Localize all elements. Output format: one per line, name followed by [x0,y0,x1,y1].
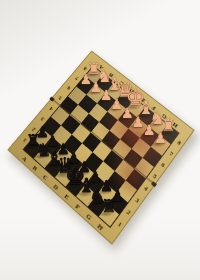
file-label-top-f: F [151,103,158,110]
rank-label-right-8: 8 [176,139,182,146]
file-label-top-h: H [172,120,180,128]
rank-label-right-5: 5 [152,173,158,180]
file-label-top-e: E [140,95,147,102]
rank-label-right-4: 4 [143,185,149,192]
rank-label-right-2: 2 [125,209,131,216]
rank-label-right-1: 1 [116,221,122,228]
file-label-top-c: C [119,78,126,85]
rank-label-left-2: 2 [30,126,36,132]
file-label-bottom-e: E [63,192,71,200]
rank-label-left-6: 6 [65,85,71,91]
rank-label-left-3: 3 [39,116,45,122]
file-label-top-b: B [108,71,115,78]
file-label-bottom-a: A [21,155,29,163]
file-label-bottom-f: F [74,202,81,210]
rank-label-right-6: 6 [160,162,166,169]
rank-label-left-1: 1 [21,137,27,144]
rank-label-left-4: 4 [48,105,54,111]
file-label-top-a: A [98,63,105,70]
file-label-bottom-c: C [42,173,50,181]
rank-label-left-8: 8 [82,65,88,71]
file-label-bottom-g: G [85,212,93,221]
rank-label-right-3: 3 [134,197,140,204]
file-label-top-d: D [129,87,136,94]
file-label-bottom-b: B [31,164,38,172]
hinge-clasp-left [49,96,55,101]
file-label-bottom-d: D [52,183,60,192]
file-label-bottom-h: H [96,222,104,231]
rank-label-left-5: 5 [57,95,63,101]
rank-label-right-7: 7 [168,150,174,157]
product-photo-scene: AABBCCDDEEFFGGHH1122334455667788 ♜♞♟♝♟♛♟… [0,0,200,280]
rank-label-left-7: 7 [74,75,80,81]
file-label-top-g: G [161,112,169,120]
